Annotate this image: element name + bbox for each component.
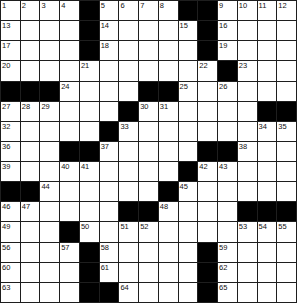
grid-cell[interactable] xyxy=(198,82,217,101)
clue-number: 37 xyxy=(101,142,109,151)
clue-number: 58 xyxy=(101,243,109,252)
clue-number: 44 xyxy=(41,182,49,191)
grid-cell[interactable] xyxy=(139,243,158,262)
grid-cell[interactable] xyxy=(21,142,40,161)
grid-cell[interactable]: 55 xyxy=(277,222,296,241)
clue-number: 3 xyxy=(41,1,45,10)
clue-number: 61 xyxy=(101,263,109,272)
grid-cell[interactable] xyxy=(277,182,296,201)
clue-number: 26 xyxy=(219,82,227,91)
clue-number: 11 xyxy=(259,1,267,10)
clue-number: 27 xyxy=(2,102,10,111)
clue-number: 57 xyxy=(61,243,69,252)
black-cell xyxy=(258,102,277,121)
grid-cell[interactable]: 27 xyxy=(1,102,20,121)
grid-cell[interactable] xyxy=(100,61,119,80)
clue-number: 17 xyxy=(2,41,10,50)
grid-cell[interactable] xyxy=(119,21,138,40)
grid-cell[interactable] xyxy=(277,41,296,60)
grid-cell[interactable]: 56 xyxy=(1,243,20,262)
grid-cell[interactable] xyxy=(258,283,277,302)
black-cell xyxy=(139,82,158,101)
grid-cell[interactable] xyxy=(21,263,40,282)
grid-cell[interactable]: 51 xyxy=(119,222,138,241)
clue-number: 9 xyxy=(219,1,223,10)
grid-cell[interactable] xyxy=(100,162,119,181)
clue-number: 51 xyxy=(120,222,128,231)
clue-number: 62 xyxy=(219,263,227,272)
grid-cell[interactable]: 45 xyxy=(179,182,198,201)
grid-cell[interactable] xyxy=(159,41,178,60)
grid-cell[interactable]: 63 xyxy=(1,283,20,302)
grid-cell[interactable] xyxy=(277,82,296,101)
grid-cell[interactable]: 48 xyxy=(159,202,178,221)
clue-number: 55 xyxy=(278,222,286,231)
grid-cell[interactable] xyxy=(179,102,198,121)
black-cell xyxy=(277,202,296,221)
black-cell xyxy=(159,82,178,101)
grid-cell[interactable] xyxy=(238,263,257,282)
grid-cell[interactable] xyxy=(139,61,158,80)
grid-cell[interactable]: 38 xyxy=(238,142,257,161)
grid-cell[interactable] xyxy=(119,162,138,181)
clue-number: 18 xyxy=(101,41,109,50)
grid-cell[interactable]: 41 xyxy=(80,162,99,181)
grid-cell[interactable] xyxy=(40,263,59,282)
clue-number: 28 xyxy=(22,102,30,111)
clue-number: 21 xyxy=(81,61,89,70)
grid-cell[interactable]: 57 xyxy=(60,243,79,262)
grid-cell[interactable]: 17 xyxy=(1,41,20,60)
grid-cell[interactable]: 9 xyxy=(218,1,237,20)
grid-cell[interactable]: 6 xyxy=(119,1,138,20)
grid-cell[interactable] xyxy=(40,122,59,141)
grid-cell[interactable]: 18 xyxy=(100,41,119,60)
grid-cell[interactable] xyxy=(40,21,59,40)
grid-cell[interactable] xyxy=(198,122,217,141)
clue-number: 7 xyxy=(140,1,144,10)
black-cell xyxy=(80,243,99,262)
grid-cell[interactable]: 49 xyxy=(1,222,20,241)
grid-cell[interactable] xyxy=(277,142,296,161)
grid-cell[interactable]: 40 xyxy=(60,162,79,181)
grid-cell[interactable] xyxy=(179,142,198,161)
grid-cell[interactable] xyxy=(159,263,178,282)
black-cell xyxy=(277,102,296,121)
black-cell xyxy=(119,202,138,221)
crossword-grid: 1234567891011121314151617181920212223242… xyxy=(0,0,297,303)
grid-cell[interactable]: 14 xyxy=(100,21,119,40)
clue-number: 23 xyxy=(239,61,247,70)
grid-cell[interactable] xyxy=(159,142,178,161)
grid-cell[interactable]: 52 xyxy=(139,222,158,241)
clue-number: 42 xyxy=(199,162,207,171)
grid-cell[interactable] xyxy=(80,122,99,141)
grid-cell[interactable] xyxy=(119,182,138,201)
black-cell xyxy=(80,21,99,40)
grid-cell[interactable] xyxy=(100,102,119,121)
black-cell xyxy=(119,102,138,121)
grid-cell[interactable] xyxy=(60,202,79,221)
black-cell xyxy=(218,142,237,161)
black-cell xyxy=(159,182,178,201)
grid-cell[interactable] xyxy=(179,222,198,241)
grid-cell[interactable] xyxy=(40,243,59,262)
grid-cell[interactable] xyxy=(40,41,59,60)
grid-cell[interactable] xyxy=(119,82,138,101)
grid-cell[interactable] xyxy=(238,162,257,181)
black-cell xyxy=(80,41,99,60)
black-cell xyxy=(100,122,119,141)
grid-cell[interactable] xyxy=(21,122,40,141)
grid-cell[interactable]: 8 xyxy=(159,1,178,20)
grid-cell[interactable] xyxy=(139,21,158,40)
grid-cell[interactable] xyxy=(277,243,296,262)
black-cell xyxy=(179,162,198,181)
grid-cell[interactable] xyxy=(238,283,257,302)
clue-number: 56 xyxy=(2,243,10,252)
black-cell xyxy=(198,21,217,40)
grid-cell[interactable] xyxy=(60,61,79,80)
clue-number: 34 xyxy=(259,122,267,131)
grid-cell[interactable] xyxy=(40,142,59,161)
grid-cell[interactable] xyxy=(179,263,198,282)
grid-cell[interactable] xyxy=(159,61,178,80)
grid-cell[interactable] xyxy=(60,182,79,201)
grid-cell[interactable] xyxy=(277,21,296,40)
black-cell xyxy=(198,142,217,161)
grid-cell[interactable] xyxy=(100,82,119,101)
grid-cell[interactable] xyxy=(218,122,237,141)
clue-number: 13 xyxy=(2,21,10,30)
clue-number: 24 xyxy=(61,82,69,91)
clue-number: 5 xyxy=(101,1,105,10)
clue-number: 53 xyxy=(239,222,247,231)
grid-cell[interactable] xyxy=(80,202,99,221)
clue-number: 59 xyxy=(219,243,227,252)
grid-cell[interactable] xyxy=(179,122,198,141)
grid-cell[interactable] xyxy=(80,102,99,121)
grid-cell[interactable] xyxy=(179,243,198,262)
clue-number: 20 xyxy=(2,61,10,70)
clue-number: 40 xyxy=(61,162,69,171)
grid-cell[interactable]: 44 xyxy=(40,182,59,201)
grid-cell[interactable]: 22 xyxy=(198,61,217,80)
grid-cell[interactable] xyxy=(159,243,178,262)
grid-cell[interactable] xyxy=(198,202,217,221)
black-cell xyxy=(1,182,20,201)
black-cell xyxy=(60,142,79,161)
black-cell xyxy=(218,61,237,80)
clue-number: 15 xyxy=(180,21,188,30)
clue-number: 1 xyxy=(2,1,6,10)
grid-cell[interactable]: 28 xyxy=(21,102,40,121)
grid-cell[interactable] xyxy=(258,263,277,282)
grid-cell[interactable] xyxy=(80,182,99,201)
grid-cell[interactable]: 36 xyxy=(1,142,20,161)
clue-number: 35 xyxy=(278,122,286,131)
grid-cell[interactable] xyxy=(258,41,277,60)
grid-cell[interactable]: 47 xyxy=(21,202,40,221)
grid-cell[interactable]: 59 xyxy=(218,243,237,262)
grid-cell[interactable] xyxy=(119,243,138,262)
grid-cell[interactable] xyxy=(258,142,277,161)
grid-cell[interactable] xyxy=(40,162,59,181)
grid-cell[interactable] xyxy=(179,61,198,80)
grid-cell[interactable] xyxy=(218,202,237,221)
clue-number: 33 xyxy=(120,122,128,131)
clue-number: 10 xyxy=(239,1,247,10)
grid-cell[interactable] xyxy=(238,182,257,201)
grid-cell[interactable]: 2 xyxy=(21,1,40,20)
black-cell xyxy=(258,202,277,221)
clue-number: 2 xyxy=(22,1,26,10)
clue-number: 54 xyxy=(259,222,267,231)
grid-cell[interactable]: 3 xyxy=(40,1,59,20)
grid-cell[interactable]: 43 xyxy=(218,162,237,181)
grid-cell[interactable] xyxy=(258,182,277,201)
grid-cell[interactable] xyxy=(139,41,158,60)
clue-number: 50 xyxy=(81,222,89,231)
grid-cell[interactable]: 26 xyxy=(218,82,237,101)
clue-number: 49 xyxy=(2,222,10,231)
black-cell xyxy=(1,82,20,101)
clue-number: 63 xyxy=(2,283,10,292)
grid-cell[interactable]: 10 xyxy=(238,1,257,20)
grid-cell[interactable] xyxy=(80,82,99,101)
clue-number: 52 xyxy=(140,222,148,231)
grid-cell[interactable] xyxy=(60,263,79,282)
grid-cell[interactable] xyxy=(159,162,178,181)
clue-number: 39 xyxy=(2,162,10,171)
clue-number: 47 xyxy=(22,202,30,211)
black-cell xyxy=(198,1,217,20)
grid-cell[interactable] xyxy=(258,61,277,80)
grid-cell[interactable] xyxy=(119,61,138,80)
grid-cell[interactable] xyxy=(198,182,217,201)
grid-cell[interactable] xyxy=(40,283,59,302)
grid-cell[interactable] xyxy=(100,182,119,201)
grid-cell[interactable] xyxy=(258,82,277,101)
black-cell xyxy=(179,1,198,20)
grid-cell[interactable]: 11 xyxy=(258,1,277,20)
clue-number: 4 xyxy=(61,1,65,10)
grid-cell[interactable] xyxy=(139,122,158,141)
clue-number: 48 xyxy=(160,202,168,211)
grid-cell[interactable] xyxy=(40,202,59,221)
black-cell xyxy=(40,82,59,101)
grid-cell[interactable] xyxy=(198,222,217,241)
black-cell xyxy=(80,283,99,302)
grid-cell[interactable]: 34 xyxy=(258,122,277,141)
grid-cell[interactable]: 39 xyxy=(1,162,20,181)
clue-number: 36 xyxy=(2,142,10,151)
clue-number: 19 xyxy=(219,41,227,50)
clue-number: 31 xyxy=(160,102,168,111)
grid-cell[interactable] xyxy=(100,202,119,221)
grid-cell[interactable]: 1 xyxy=(1,1,20,20)
black-cell xyxy=(60,222,79,241)
grid-cell[interactable]: 37 xyxy=(100,142,119,161)
black-cell xyxy=(80,142,99,161)
grid-cell[interactable] xyxy=(119,263,138,282)
black-cell xyxy=(139,202,158,221)
grid-cell[interactable] xyxy=(238,243,257,262)
grid-cell[interactable] xyxy=(21,41,40,60)
grid-cell[interactable]: 29 xyxy=(40,102,59,121)
black-cell xyxy=(198,263,217,282)
clue-number: 8 xyxy=(160,1,164,10)
clue-number: 60 xyxy=(2,263,10,272)
grid-cell[interactable] xyxy=(238,21,257,40)
grid-cell[interactable]: 35 xyxy=(277,122,296,141)
black-cell xyxy=(198,41,217,60)
grid-cell[interactable]: 21 xyxy=(80,61,99,80)
grid-cell[interactable]: 65 xyxy=(218,283,237,302)
clue-number: 45 xyxy=(180,182,188,191)
grid-cell[interactable] xyxy=(21,162,40,181)
grid-cell[interactable] xyxy=(40,222,59,241)
grid-cell[interactable]: 25 xyxy=(179,82,198,101)
grid-cell[interactable]: 58 xyxy=(100,243,119,262)
grid-cell[interactable] xyxy=(238,122,257,141)
grid-cell[interactable] xyxy=(60,122,79,141)
grid-cell[interactable]: 32 xyxy=(1,122,20,141)
black-cell xyxy=(198,243,217,262)
grid-cell[interactable]: 24 xyxy=(60,82,79,101)
grid-cell[interactable] xyxy=(179,41,198,60)
grid-cell[interactable]: 62 xyxy=(218,263,237,282)
grid-cell[interactable] xyxy=(238,41,257,60)
clue-number: 12 xyxy=(278,1,286,10)
grid-cell[interactable] xyxy=(238,102,257,121)
grid-cell[interactable] xyxy=(40,61,59,80)
clue-number: 30 xyxy=(140,102,148,111)
clue-number: 65 xyxy=(219,283,227,292)
clue-number: 41 xyxy=(81,162,89,171)
grid-cell[interactable] xyxy=(238,82,257,101)
grid-cell[interactable]: 46 xyxy=(1,202,20,221)
grid-cell[interactable]: 31 xyxy=(159,102,178,121)
grid-cell[interactable]: 42 xyxy=(198,162,217,181)
grid-cell[interactable]: 19 xyxy=(218,41,237,60)
clue-number: 43 xyxy=(219,162,227,171)
grid-cell[interactable] xyxy=(277,263,296,282)
grid-cell[interactable] xyxy=(139,283,158,302)
grid-cell[interactable]: 54 xyxy=(258,222,277,241)
grid-cell[interactable] xyxy=(218,222,237,241)
black-cell xyxy=(80,263,99,282)
grid-cell[interactable] xyxy=(277,162,296,181)
grid-cell[interactable] xyxy=(218,182,237,201)
clue-number: 14 xyxy=(101,21,109,30)
clue-number: 32 xyxy=(2,122,10,131)
grid-cell[interactable] xyxy=(159,21,178,40)
grid-cell[interactable] xyxy=(60,21,79,40)
grid-cell[interactable]: 50 xyxy=(80,222,99,241)
grid-cell[interactable]: 15 xyxy=(179,21,198,40)
grid-cell[interactable]: 53 xyxy=(238,222,257,241)
clue-number: 46 xyxy=(2,202,10,211)
grid-cell[interactable] xyxy=(159,283,178,302)
grid-cell[interactable] xyxy=(258,162,277,181)
grid-cell[interactable] xyxy=(100,222,119,241)
grid-cell[interactable] xyxy=(139,263,158,282)
clue-number: 29 xyxy=(41,102,49,111)
clue-number: 6 xyxy=(120,1,124,10)
grid-cell[interactable] xyxy=(218,102,237,121)
grid-cell[interactable] xyxy=(198,102,217,121)
grid-cell[interactable] xyxy=(277,283,296,302)
grid-cell[interactable] xyxy=(258,21,277,40)
grid-cell[interactable]: 30 xyxy=(139,102,158,121)
grid-cell[interactable] xyxy=(119,41,138,60)
grid-cell[interactable] xyxy=(60,102,79,121)
grid-cell[interactable]: 60 xyxy=(1,263,20,282)
grid-cell[interactable]: 5 xyxy=(100,1,119,20)
grid-cell[interactable]: 13 xyxy=(1,21,20,40)
grid-cell[interactable]: 64 xyxy=(119,283,138,302)
grid-cell[interactable] xyxy=(21,222,40,241)
black-cell xyxy=(198,283,217,302)
grid-cell[interactable] xyxy=(179,283,198,302)
grid-cell[interactable] xyxy=(119,142,138,161)
grid-cell[interactable] xyxy=(21,61,40,80)
grid-cell[interactable]: 33 xyxy=(119,122,138,141)
clue-number: 16 xyxy=(219,21,227,30)
grid-cell[interactable]: 16 xyxy=(218,21,237,40)
grid-cell[interactable] xyxy=(60,283,79,302)
grid-cell[interactable] xyxy=(159,122,178,141)
black-cell xyxy=(21,82,40,101)
grid-cell[interactable] xyxy=(60,41,79,60)
grid-cell[interactable] xyxy=(21,21,40,40)
grid-cell[interactable] xyxy=(21,243,40,262)
grid-cell[interactable]: 61 xyxy=(100,263,119,282)
grid-cell[interactable]: 12 xyxy=(277,1,296,20)
grid-cell[interactable] xyxy=(258,243,277,262)
grid-cell[interactable] xyxy=(159,222,178,241)
grid-cell[interactable]: 23 xyxy=(238,61,257,80)
crossword-board-wrapper: 1234567891011121314151617181920212223242… xyxy=(0,0,299,305)
black-cell xyxy=(80,1,99,20)
grid-cell[interactable] xyxy=(139,182,158,201)
grid-cell[interactable] xyxy=(139,162,158,181)
black-cell xyxy=(238,202,257,221)
grid-cell[interactable]: 7 xyxy=(139,1,158,20)
black-cell xyxy=(100,283,119,302)
grid-cell[interactable]: 20 xyxy=(1,61,20,80)
clue-number: 64 xyxy=(120,283,128,292)
grid-cell[interactable] xyxy=(139,142,158,161)
grid-cell[interactable] xyxy=(179,202,198,221)
clue-number: 22 xyxy=(199,61,207,70)
clue-number: 38 xyxy=(239,142,247,151)
grid-cell[interactable] xyxy=(21,283,40,302)
grid-cell[interactable] xyxy=(277,61,296,80)
clue-number: 25 xyxy=(180,82,188,91)
black-cell xyxy=(21,182,40,201)
grid-cell[interactable]: 4 xyxy=(60,1,79,20)
